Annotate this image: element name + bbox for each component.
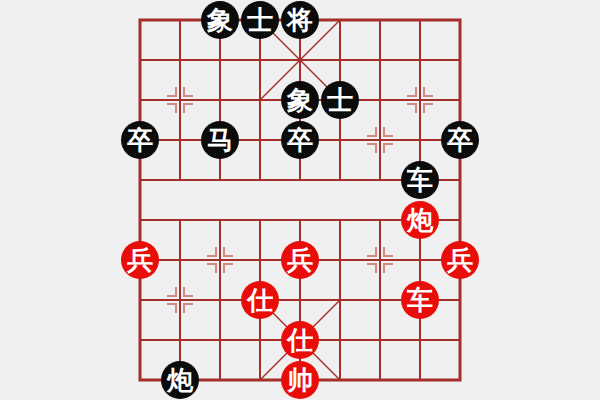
piece-black-elephant[interactable]: 象 <box>201 1 239 39</box>
piece-red-cannon[interactable]: 炮 <box>401 201 439 239</box>
piece-black-elephant[interactable]: 象 <box>281 81 319 119</box>
piece-red-soldier[interactable]: 兵 <box>441 241 479 279</box>
piece-black-advisor[interactable]: 士 <box>321 81 359 119</box>
pieces-layer: 象士将象士卒马卒卒车炮兵兵兵仕车仕炮帅 <box>0 0 600 400</box>
piece-red-soldier[interactable]: 兵 <box>281 241 319 279</box>
piece-black-soldier[interactable]: 卒 <box>281 121 319 159</box>
piece-red-advisor[interactable]: 仕 <box>241 281 279 319</box>
piece-black-horse[interactable]: 马 <box>201 121 239 159</box>
piece-black-advisor[interactable]: 士 <box>241 1 279 39</box>
piece-red-advisor[interactable]: 仕 <box>281 321 319 359</box>
piece-red-soldier[interactable]: 兵 <box>121 241 159 279</box>
piece-red-general[interactable]: 帅 <box>281 361 319 399</box>
piece-black-soldier[interactable]: 卒 <box>441 121 479 159</box>
piece-black-cannon[interactable]: 炮 <box>161 361 199 399</box>
piece-black-chariot[interactable]: 车 <box>401 161 439 199</box>
xiangqi-board: 象士将象士卒马卒卒车炮兵兵兵仕车仕炮帅 <box>0 0 600 400</box>
piece-black-general[interactable]: 将 <box>281 1 319 39</box>
piece-red-chariot[interactable]: 车 <box>401 281 439 319</box>
piece-black-soldier[interactable]: 卒 <box>121 121 159 159</box>
